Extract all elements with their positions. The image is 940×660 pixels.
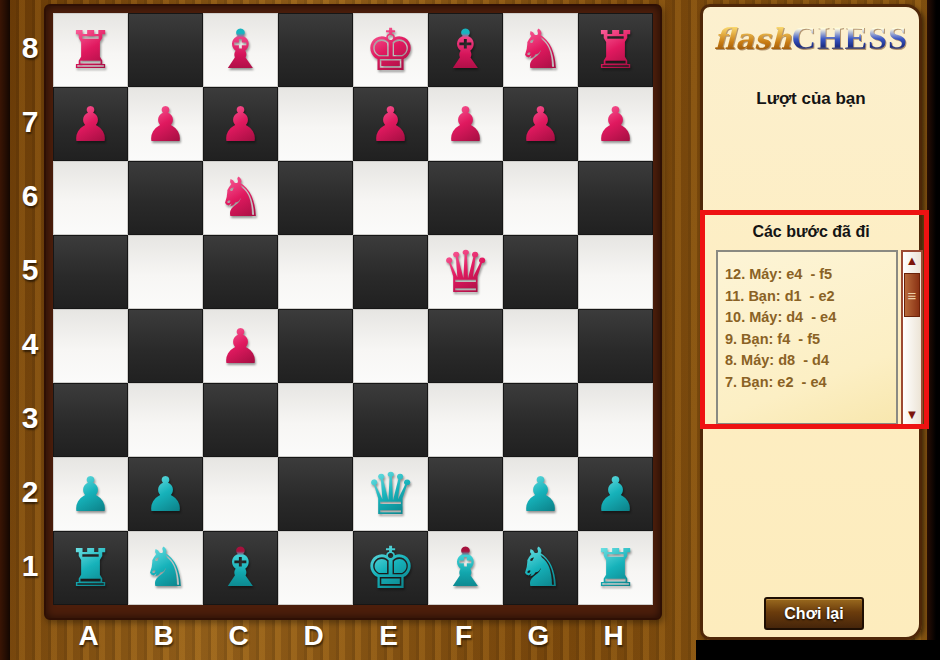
cyan-queen-e2[interactable]: ♛ <box>365 465 417 523</box>
move-row: 8. Máy: d8 - d4 <box>725 350 890 372</box>
rank-label-3: 3 <box>16 381 44 455</box>
thumb-grip-icon: ≡ <box>908 288 917 303</box>
square-h7[interactable]: ♟ <box>578 87 653 161</box>
square-g8[interactable]: ♞ <box>503 13 578 87</box>
logo-flash-text: flash <box>714 22 791 56</box>
square-a6[interactable] <box>53 161 128 235</box>
square-a5[interactable] <box>53 235 128 309</box>
square-a1[interactable]: ♜ <box>53 531 128 605</box>
pink-pawn-g7[interactable]: ♟ <box>519 100 562 148</box>
rank-label-5: 5 <box>16 233 44 307</box>
square-f4[interactable] <box>428 309 503 383</box>
square-d6[interactable] <box>278 161 353 235</box>
flashchess-app: ♜♝♚♝♞♜♟♟♟♟♟♟♟♞♛♟♟♟♛♟♟♜♞♝♚♝♞♜ 87654321 AB… <box>0 0 940 660</box>
square-e5[interactable] <box>353 235 428 309</box>
square-g4[interactable] <box>503 309 578 383</box>
file-label-H: H <box>576 620 651 652</box>
square-h5[interactable] <box>578 235 653 309</box>
file-label-E: E <box>351 620 426 652</box>
logo-chess-text: CHESS <box>791 19 908 56</box>
move-row: 7. Bạn: e2 - e4 <box>725 372 890 394</box>
cyan-rook-a1[interactable]: ♜ <box>67 542 114 594</box>
scroll-down-icon[interactable]: ▼ <box>903 408 921 422</box>
cyan-rook-h1[interactable]: ♜ <box>592 542 639 594</box>
cyan-bishop-c1[interactable]: ♝ <box>216 541 264 595</box>
file-label-G: G <box>501 620 576 652</box>
file-label-D: D <box>276 620 351 652</box>
scroll-up-icon[interactable]: ▲ <box>903 254 921 268</box>
square-b8[interactable] <box>128 13 203 87</box>
square-b7[interactable]: ♟ <box>128 87 203 161</box>
square-e3[interactable] <box>353 383 428 457</box>
square-e8[interactable]: ♚ <box>353 13 428 87</box>
square-h6[interactable] <box>578 161 653 235</box>
pink-knight-c6[interactable]: ♞ <box>216 171 264 225</box>
cyan-pawn-b2[interactable]: ♟ <box>144 470 187 518</box>
move-row: 11. Bạn: d1 - e2 <box>725 286 890 308</box>
cyan-pawn-a2[interactable]: ♟ <box>69 470 112 518</box>
square-b6[interactable] <box>128 161 203 235</box>
square-c2[interactable] <box>203 457 278 531</box>
square-h4[interactable] <box>578 309 653 383</box>
square-f2[interactable] <box>428 457 503 531</box>
cyan-knight-g1[interactable]: ♞ <box>516 541 564 595</box>
rank-label-4: 4 <box>16 307 44 381</box>
square-g5[interactable] <box>503 235 578 309</box>
cyan-pawn-h2[interactable]: ♟ <box>594 470 637 518</box>
move-row: 10. Máy: d4 - e4 <box>725 307 890 329</box>
square-g2[interactable]: ♟ <box>503 457 578 531</box>
square-c3[interactable] <box>203 383 278 457</box>
square-c1[interactable]: ♝ <box>203 531 278 605</box>
square-f6[interactable] <box>428 161 503 235</box>
square-b3[interactable] <box>128 383 203 457</box>
move-row: 9. Bạn: f4 - f5 <box>725 329 890 351</box>
bottom-black-strip <box>696 640 940 660</box>
square-f8[interactable]: ♝ <box>428 13 503 87</box>
square-e1[interactable]: ♚ <box>353 531 428 605</box>
pink-bishop-f8[interactable]: ♝ <box>441 23 489 77</box>
move-row: 12. Máy: e4 - f5 <box>725 264 890 286</box>
move-history-title: Các bước đã đi <box>703 223 919 241</box>
pink-pawn-f7[interactable]: ♟ <box>444 100 487 148</box>
cyan-knight-b1[interactable]: ♞ <box>141 541 189 595</box>
pink-pawn-b7[interactable]: ♟ <box>144 100 187 148</box>
pink-queen-f5[interactable]: ♛ <box>440 243 492 301</box>
file-label-C: C <box>201 620 276 652</box>
square-b2[interactable]: ♟ <box>128 457 203 531</box>
pink-pawn-h7[interactable]: ♟ <box>594 100 637 148</box>
square-d7[interactable] <box>278 87 353 161</box>
rank-label-6: 6 <box>16 159 44 233</box>
rank-label-7: 7 <box>16 85 44 159</box>
square-g7[interactable]: ♟ <box>503 87 578 161</box>
square-b5[interactable] <box>128 235 203 309</box>
square-d4[interactable] <box>278 309 353 383</box>
pink-rook-a8[interactable]: ♜ <box>67 24 114 76</box>
square-c4[interactable]: ♟ <box>203 309 278 383</box>
file-label-B: B <box>126 620 201 652</box>
square-d5[interactable] <box>278 235 353 309</box>
square-e4[interactable] <box>353 309 428 383</box>
pink-pawn-e7[interactable]: ♟ <box>369 100 412 148</box>
square-f5[interactable]: ♛ <box>428 235 503 309</box>
rank-label-1: 1 <box>16 529 44 603</box>
move-list: 12. Máy: e4 - f511. Bạn: d1 - e210. Máy:… <box>716 250 898 425</box>
square-c6[interactable]: ♞ <box>203 161 278 235</box>
cyan-pawn-g2[interactable]: ♟ <box>519 470 562 518</box>
square-h3[interactable] <box>578 383 653 457</box>
square-a7[interactable]: ♟ <box>53 87 128 161</box>
file-label-A: A <box>51 620 126 652</box>
turn-status: Lượt của bạn <box>703 89 919 109</box>
square-e7[interactable]: ♟ <box>353 87 428 161</box>
square-b4[interactable] <box>128 309 203 383</box>
square-e2[interactable]: ♛ <box>353 457 428 531</box>
pink-pawn-a7[interactable]: ♟ <box>69 100 112 148</box>
restart-button[interactable]: Chơi lại <box>764 597 864 630</box>
square-f3[interactable] <box>428 383 503 457</box>
pink-pawn-c7[interactable]: ♟ <box>219 100 262 148</box>
cyan-bishop-f1[interactable]: ♝ <box>441 541 489 595</box>
square-d8[interactable] <box>278 13 353 87</box>
square-g6[interactable] <box>503 161 578 235</box>
file-labels: ABCDEFGH <box>51 620 651 652</box>
square-g1[interactable]: ♞ <box>503 531 578 605</box>
pink-rook-h8[interactable]: ♜ <box>592 24 639 76</box>
square-c7[interactable]: ♟ <box>203 87 278 161</box>
square-c8[interactable]: ♝ <box>203 13 278 87</box>
square-h1[interactable]: ♜ <box>578 531 653 605</box>
square-f7[interactable]: ♟ <box>428 87 503 161</box>
square-h8[interactable]: ♜ <box>578 13 653 87</box>
left-wood-edge <box>0 0 10 660</box>
pink-knight-g8[interactable]: ♞ <box>516 23 564 77</box>
square-b1[interactable]: ♞ <box>128 531 203 605</box>
square-d1[interactable] <box>278 531 353 605</box>
cyan-king-e1[interactable]: ♚ <box>365 539 417 597</box>
square-f1[interactable]: ♝ <box>428 531 503 605</box>
square-a4[interactable] <box>53 309 128 383</box>
rank-label-8: 8 <box>16 11 44 85</box>
file-label-F: F <box>426 620 501 652</box>
pink-bishop-c8[interactable]: ♝ <box>216 23 264 77</box>
rank-labels: 87654321 <box>16 11 44 603</box>
chess-board-frame: ♜♝♚♝♞♜♟♟♟♟♟♟♟♞♛♟♟♟♛♟♟♜♞♝♚♝♞♜ <box>44 4 662 620</box>
board: ♜♝♚♝♞♜♟♟♟♟♟♟♟♞♛♟♟♟♛♟♟♜♞♝♚♝♞♜ <box>53 13 653 605</box>
pink-pawn-c4[interactable]: ♟ <box>219 322 262 370</box>
scrollbar-thumb[interactable]: ≡ <box>904 273 920 317</box>
rank-label-2: 2 <box>16 455 44 529</box>
flashchess-logo: flashCHESS <box>703 19 919 57</box>
square-d3[interactable] <box>278 383 353 457</box>
square-c5[interactable] <box>203 235 278 309</box>
square-d2[interactable] <box>278 457 353 531</box>
square-a2[interactable]: ♟ <box>53 457 128 531</box>
square-g3[interactable] <box>503 383 578 457</box>
square-h2[interactable]: ♟ <box>578 457 653 531</box>
square-a8[interactable]: ♜ <box>53 13 128 87</box>
right-black-strip <box>927 0 940 660</box>
square-a3[interactable] <box>53 383 128 457</box>
pink-king-e8[interactable]: ♚ <box>365 21 417 79</box>
sidebar-panel: flashCHESS Lượt của bạn Các bước đã đi 1… <box>700 4 922 640</box>
square-e6[interactable] <box>353 161 428 235</box>
move-list-scrollbar[interactable]: ▲ ≡ ▼ <box>901 250 923 426</box>
